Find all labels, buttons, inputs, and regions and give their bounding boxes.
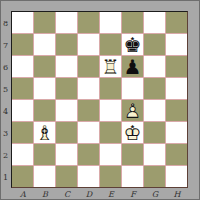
square-f3[interactable]: ♚♔ [122,122,143,143]
file-label-g: G [144,188,166,200]
piece-black-pawn[interactable]: ♟ [122,56,143,77]
square-d7[interactable] [78,34,99,55]
square-a7[interactable] [12,34,33,55]
square-h8[interactable] [166,12,187,33]
rank-label-1: 1 [1,166,10,188]
file-label-c: C [56,188,78,200]
square-a4[interactable] [12,100,33,121]
king-outline-glyph: ♔ [122,122,143,143]
square-f2[interactable] [122,144,143,165]
square-c2[interactable] [56,144,77,165]
chess-board: ♚♜♖♟♟♙♝♗♚♔ [11,11,188,188]
square-c8[interactable] [56,12,77,33]
square-f7[interactable]: ♚ [122,34,143,55]
square-g4[interactable] [144,100,165,121]
square-b2[interactable] [34,144,55,165]
square-f4[interactable]: ♟♙ [122,100,143,121]
pawn-outline-glyph: ♙ [122,100,143,121]
square-d5[interactable] [78,78,99,99]
square-h7[interactable] [166,34,187,55]
rank-labels: 87654321 [1,12,10,188]
square-a5[interactable] [12,78,33,99]
square-d1[interactable] [78,166,99,187]
square-a6[interactable] [12,56,33,77]
file-label-d: D [78,188,100,200]
rank-label-4: 4 [1,100,10,122]
chess-board-panel: 87654321 ♚♜♖♟♟♙♝♗♚♔ ABCDEFGH [0,0,200,200]
square-g3[interactable] [144,122,165,143]
square-e2[interactable] [100,144,121,165]
file-label-f: F [122,188,144,200]
square-g2[interactable] [144,144,165,165]
rank-label-8: 8 [1,12,10,34]
square-g7[interactable] [144,34,165,55]
square-b4[interactable] [34,100,55,121]
square-f6[interactable]: ♟ [122,56,143,77]
square-b6[interactable] [34,56,55,77]
square-e3[interactable] [100,122,121,143]
square-h3[interactable] [166,122,187,143]
square-c6[interactable] [56,56,77,77]
square-h6[interactable] [166,56,187,77]
square-b3[interactable]: ♝♗ [34,122,55,143]
square-h4[interactable] [166,100,187,121]
file-label-a: A [12,188,34,200]
file-label-b: B [34,188,56,200]
square-c1[interactable] [56,166,77,187]
square-d8[interactable] [78,12,99,33]
square-e6[interactable]: ♜♖ [100,56,121,77]
square-g1[interactable] [144,166,165,187]
square-c3[interactable] [56,122,77,143]
rank-label-2: 2 [1,144,10,166]
square-h1[interactable] [166,166,187,187]
square-e5[interactable] [100,78,121,99]
square-f5[interactable] [122,78,143,99]
square-f1[interactable] [122,166,143,187]
square-b5[interactable] [34,78,55,99]
square-g5[interactable] [144,78,165,99]
rank-label-6: 6 [1,56,10,78]
square-g8[interactable] [144,12,165,33]
file-label-h: H [166,188,188,200]
square-d2[interactable] [78,144,99,165]
square-f8[interactable] [122,12,143,33]
square-a1[interactable] [12,166,33,187]
square-e4[interactable] [100,100,121,121]
piece-white-rook[interactable]: ♜♖ [100,56,121,77]
square-e1[interactable] [100,166,121,187]
square-a3[interactable] [12,122,33,143]
bishop-outline-glyph: ♗ [34,122,55,143]
piece-white-pawn[interactable]: ♟♙ [122,100,143,121]
square-e7[interactable] [100,34,121,55]
piece-white-bishop[interactable]: ♝♗ [34,122,55,143]
square-b7[interactable] [34,34,55,55]
square-d3[interactable] [78,122,99,143]
square-d4[interactable] [78,100,99,121]
piece-white-king[interactable]: ♚♔ [122,122,143,143]
square-g6[interactable] [144,56,165,77]
square-h5[interactable] [166,78,187,99]
rank-label-7: 7 [1,34,10,56]
file-labels: ABCDEFGH [12,188,188,200]
square-c7[interactable] [56,34,77,55]
square-a8[interactable] [12,12,33,33]
rank-label-3: 3 [1,122,10,144]
rank-label-5: 5 [1,78,10,100]
square-b8[interactable] [34,12,55,33]
square-h2[interactable] [166,144,187,165]
square-b1[interactable] [34,166,55,187]
piece-black-king[interactable]: ♚ [122,34,143,55]
file-label-e: E [100,188,122,200]
square-c4[interactable] [56,100,77,121]
square-c5[interactable] [56,78,77,99]
rook-outline-glyph: ♖ [100,56,121,77]
square-e8[interactable] [100,12,121,33]
square-d6[interactable] [78,56,99,77]
square-a2[interactable] [12,144,33,165]
